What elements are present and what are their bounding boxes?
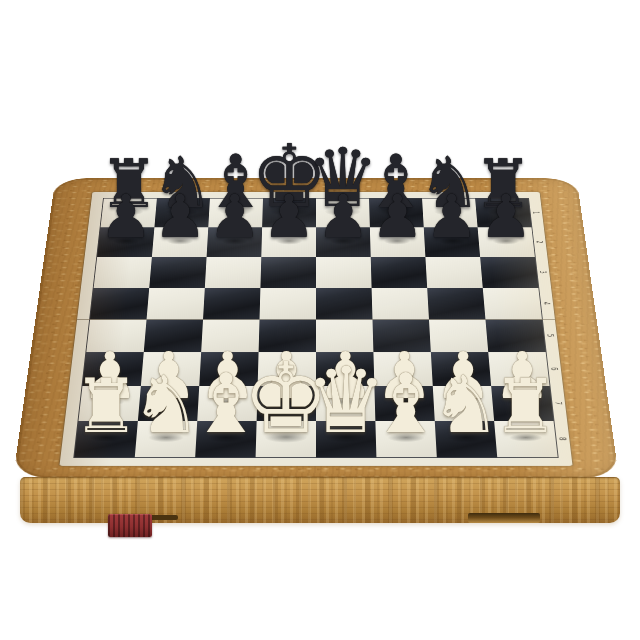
piece-bP[interactable]: ♟	[479, 187, 532, 247]
piece-bP[interactable]: ♟	[425, 187, 478, 247]
piece-bP[interactable]: ♟	[371, 187, 424, 247]
piece-bP[interactable]: ♟	[154, 187, 207, 247]
piece-bP[interactable]: ♟	[208, 187, 261, 247]
piece-wR[interactable]: ♜	[73, 370, 140, 445]
piece-wN[interactable]: ♞	[430, 366, 501, 445]
chess-set-photo: 12345678 ♜♞♝♚♛♝♞♜♟♟♟♟♟♟♟♟♟♟♟♟♟♟♟♟♜♞♝♚♛♝♞…	[0, 0, 640, 640]
pieces-layer: ♜♞♝♚♛♝♞♜♟♟♟♟♟♟♟♟♟♟♟♟♟♟♟♟♜♞♝♚♛♝♞♜	[0, 0, 640, 640]
piece-bP[interactable]: ♟	[316, 187, 369, 247]
piece-bP[interactable]: ♟	[262, 187, 315, 247]
piece-bP[interactable]: ♟	[99, 187, 152, 247]
piece-wR[interactable]: ♜	[492, 370, 559, 445]
